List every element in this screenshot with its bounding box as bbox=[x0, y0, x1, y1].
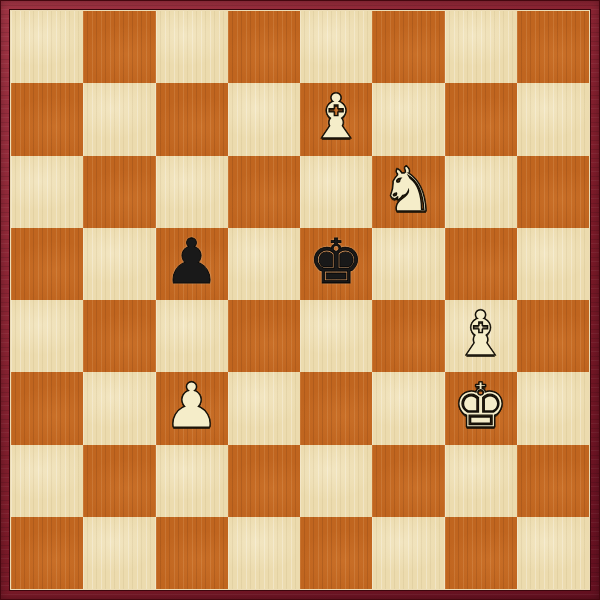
square-d6[interactable] bbox=[228, 156, 300, 228]
square-g1[interactable] bbox=[445, 517, 517, 589]
square-f6[interactable]: ♞ bbox=[372, 156, 444, 228]
square-g2[interactable] bbox=[445, 445, 517, 517]
square-d7[interactable] bbox=[228, 83, 300, 155]
square-d5[interactable] bbox=[228, 228, 300, 300]
white-knight[interactable]: ♞ bbox=[381, 154, 437, 226]
square-e3[interactable] bbox=[300, 372, 372, 444]
square-b8[interactable] bbox=[83, 11, 155, 83]
board-frame: ♝♞♟♚♝♟♚ bbox=[0, 0, 600, 600]
square-a7[interactable] bbox=[11, 83, 83, 155]
black-pawn[interactable]: ♟ bbox=[164, 226, 220, 298]
square-h4[interactable] bbox=[517, 300, 589, 372]
square-e5[interactable]: ♚ bbox=[300, 228, 372, 300]
square-f1[interactable] bbox=[372, 517, 444, 589]
square-b4[interactable] bbox=[83, 300, 155, 372]
square-c6[interactable] bbox=[156, 156, 228, 228]
square-f5[interactable] bbox=[372, 228, 444, 300]
square-e6[interactable] bbox=[300, 156, 372, 228]
square-a8[interactable] bbox=[11, 11, 83, 83]
square-b1[interactable] bbox=[83, 517, 155, 589]
square-c8[interactable] bbox=[156, 11, 228, 83]
square-h6[interactable] bbox=[517, 156, 589, 228]
square-d8[interactable] bbox=[228, 11, 300, 83]
white-bishop[interactable]: ♝ bbox=[308, 81, 364, 153]
square-c4[interactable] bbox=[156, 300, 228, 372]
square-g6[interactable] bbox=[445, 156, 517, 228]
square-a3[interactable] bbox=[11, 372, 83, 444]
square-b3[interactable] bbox=[83, 372, 155, 444]
square-b5[interactable] bbox=[83, 228, 155, 300]
square-h1[interactable] bbox=[517, 517, 589, 589]
square-g5[interactable] bbox=[445, 228, 517, 300]
square-a5[interactable] bbox=[11, 228, 83, 300]
square-f7[interactable] bbox=[372, 83, 444, 155]
square-d3[interactable] bbox=[228, 372, 300, 444]
square-d4[interactable] bbox=[228, 300, 300, 372]
square-c7[interactable] bbox=[156, 83, 228, 155]
square-e1[interactable] bbox=[300, 517, 372, 589]
square-b7[interactable] bbox=[83, 83, 155, 155]
chess-board: ♝♞♟♚♝♟♚ bbox=[11, 11, 589, 589]
square-e2[interactable] bbox=[300, 445, 372, 517]
square-c3[interactable]: ♟ bbox=[156, 372, 228, 444]
square-f2[interactable] bbox=[372, 445, 444, 517]
square-c1[interactable] bbox=[156, 517, 228, 589]
square-d2[interactable] bbox=[228, 445, 300, 517]
square-e7[interactable]: ♝ bbox=[300, 83, 372, 155]
square-a6[interactable] bbox=[11, 156, 83, 228]
square-f3[interactable] bbox=[372, 372, 444, 444]
square-f4[interactable] bbox=[372, 300, 444, 372]
black-king[interactable]: ♚ bbox=[308, 226, 364, 298]
square-a2[interactable] bbox=[11, 445, 83, 517]
square-h5[interactable] bbox=[517, 228, 589, 300]
white-pawn[interactable]: ♟ bbox=[164, 370, 220, 442]
square-g8[interactable] bbox=[445, 11, 517, 83]
square-h3[interactable] bbox=[517, 372, 589, 444]
square-c2[interactable] bbox=[156, 445, 228, 517]
square-a1[interactable] bbox=[11, 517, 83, 589]
square-a4[interactable] bbox=[11, 300, 83, 372]
square-b2[interactable] bbox=[83, 445, 155, 517]
square-g4[interactable]: ♝ bbox=[445, 300, 517, 372]
square-h2[interactable] bbox=[517, 445, 589, 517]
square-g3[interactable]: ♚ bbox=[445, 372, 517, 444]
square-h7[interactable] bbox=[517, 83, 589, 155]
square-e8[interactable] bbox=[300, 11, 372, 83]
white-bishop[interactable]: ♝ bbox=[453, 298, 509, 370]
square-f8[interactable] bbox=[372, 11, 444, 83]
square-b6[interactable] bbox=[83, 156, 155, 228]
square-d1[interactable] bbox=[228, 517, 300, 589]
square-c5[interactable]: ♟ bbox=[156, 228, 228, 300]
square-g7[interactable] bbox=[445, 83, 517, 155]
white-king[interactable]: ♚ bbox=[453, 370, 509, 442]
square-e4[interactable] bbox=[300, 300, 372, 372]
square-h8[interactable] bbox=[517, 11, 589, 83]
